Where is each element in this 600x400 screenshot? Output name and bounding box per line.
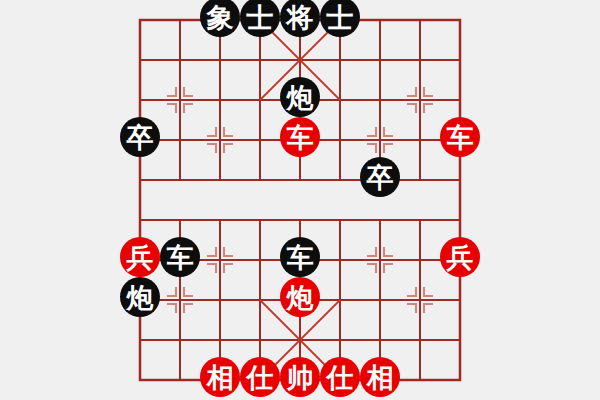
piece-black-chariot[interactable]: 车 bbox=[280, 237, 320, 277]
piece-red-soldier[interactable]: 兵 bbox=[440, 237, 480, 277]
piece-black-soldier[interactable]: 卒 bbox=[120, 117, 160, 157]
app-background: 象士将士炮卒车车卒兵车车兵炮炮相仕帅仕相 bbox=[0, 0, 600, 400]
piece-red-chariot[interactable]: 车 bbox=[280, 117, 320, 157]
piece-black-cannon[interactable]: 炮 bbox=[120, 277, 160, 317]
piece-red-soldier[interactable]: 兵 bbox=[120, 237, 160, 277]
piece-red-elephant[interactable]: 相 bbox=[200, 357, 240, 397]
piece-red-cannon[interactable]: 炮 bbox=[280, 277, 320, 317]
piece-red-advisor[interactable]: 仕 bbox=[320, 357, 360, 397]
board-grid bbox=[140, 20, 460, 380]
piece-black-chariot[interactable]: 车 bbox=[160, 237, 200, 277]
piece-red-advisor[interactable]: 仕 bbox=[240, 357, 280, 397]
piece-red-elephant[interactable]: 相 bbox=[360, 357, 400, 397]
piece-black-cannon[interactable]: 炮 bbox=[280, 77, 320, 117]
xiangqi-board[interactable]: 象士将士炮卒车车卒兵车车兵炮炮相仕帅仕相 bbox=[140, 20, 460, 380]
piece-red-chariot[interactable]: 车 bbox=[440, 117, 480, 157]
piece-red-general[interactable]: 帅 bbox=[280, 357, 320, 397]
piece-black-soldier[interactable]: 卒 bbox=[360, 157, 400, 197]
